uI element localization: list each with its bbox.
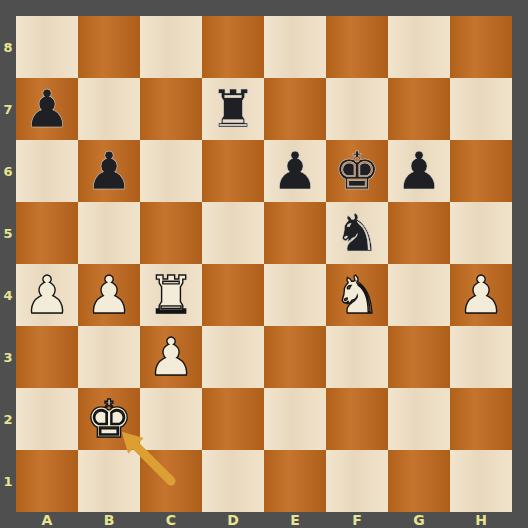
square-d2[interactable] — [202, 388, 264, 450]
square-e1[interactable] — [264, 450, 326, 512]
square-h4[interactable]: ♟ — [450, 264, 512, 326]
square-e4[interactable] — [264, 264, 326, 326]
square-d6[interactable] — [202, 140, 264, 202]
square-g3[interactable] — [388, 326, 450, 388]
piece-black-pawn[interactable]: ♟ — [16, 78, 78, 140]
square-b8[interactable] — [78, 16, 140, 78]
square-e7[interactable] — [264, 78, 326, 140]
square-c3[interactable]: ♟ — [140, 326, 202, 388]
square-f1[interactable] — [326, 450, 388, 512]
square-a6[interactable] — [16, 140, 78, 202]
square-g1[interactable] — [388, 450, 450, 512]
square-d7[interactable]: ♜ — [202, 78, 264, 140]
rank-label-7: 7 — [0, 78, 16, 140]
piece-white-king[interactable]: ♚ — [78, 388, 140, 450]
piece-black-pawn[interactable]: ♟ — [388, 140, 450, 202]
square-g8[interactable] — [388, 16, 450, 78]
square-f8[interactable] — [326, 16, 388, 78]
square-d4[interactable] — [202, 264, 264, 326]
piece-white-pawn[interactable]: ♟ — [16, 264, 78, 326]
file-label-f: F — [326, 511, 388, 528]
file-label-b: B — [78, 511, 140, 528]
piece-black-rook[interactable]: ♜ — [202, 78, 264, 140]
square-b6[interactable]: ♟ — [78, 140, 140, 202]
square-a3[interactable] — [16, 326, 78, 388]
square-a1[interactable] — [16, 450, 78, 512]
square-h8[interactable] — [450, 16, 512, 78]
square-a8[interactable] — [16, 16, 78, 78]
square-c4[interactable]: ♜ — [140, 264, 202, 326]
file-label-d: D — [202, 511, 264, 528]
square-a4[interactable]: ♟ — [16, 264, 78, 326]
square-e6[interactable]: ♟ — [264, 140, 326, 202]
square-c5[interactable] — [140, 202, 202, 264]
square-g4[interactable] — [388, 264, 450, 326]
rank-label-5: 5 — [0, 202, 16, 264]
chess-board: ♟♜♟♟♚♟♞♟♟♜♞♟♟♚ — [16, 16, 512, 512]
square-a2[interactable] — [16, 388, 78, 450]
square-c8[interactable] — [140, 16, 202, 78]
file-labels: ABCDEFGH — [16, 511, 512, 528]
square-h2[interactable] — [450, 388, 512, 450]
square-b7[interactable] — [78, 78, 140, 140]
square-g5[interactable] — [388, 202, 450, 264]
square-e2[interactable] — [264, 388, 326, 450]
file-label-e: E — [264, 511, 326, 528]
square-c7[interactable] — [140, 78, 202, 140]
square-e5[interactable] — [264, 202, 326, 264]
file-label-h: H — [450, 511, 512, 528]
piece-white-pawn[interactable]: ♟ — [140, 326, 202, 388]
square-h5[interactable] — [450, 202, 512, 264]
file-label-c: C — [140, 511, 202, 528]
square-h1[interactable] — [450, 450, 512, 512]
rank-label-4: 4 — [0, 264, 16, 326]
square-b3[interactable] — [78, 326, 140, 388]
square-e8[interactable] — [264, 16, 326, 78]
square-h3[interactable] — [450, 326, 512, 388]
chess-board-frame: 87654321 ABCDEFGH ♟♜♟♟♚♟♞♟♟♜♞♟♟♚ — [0, 0, 528, 528]
square-f7[interactable] — [326, 78, 388, 140]
piece-white-pawn[interactable]: ♟ — [78, 264, 140, 326]
square-f3[interactable] — [326, 326, 388, 388]
square-a7[interactable]: ♟ — [16, 78, 78, 140]
piece-black-king[interactable]: ♚ — [326, 140, 388, 202]
square-b2[interactable]: ♚ — [78, 388, 140, 450]
rank-label-1: 1 — [0, 450, 16, 512]
square-d8[interactable] — [202, 16, 264, 78]
square-f4[interactable]: ♞ — [326, 264, 388, 326]
square-f6[interactable]: ♚ — [326, 140, 388, 202]
square-d1[interactable] — [202, 450, 264, 512]
square-b4[interactable]: ♟ — [78, 264, 140, 326]
square-c6[interactable] — [140, 140, 202, 202]
square-f2[interactable] — [326, 388, 388, 450]
square-g6[interactable]: ♟ — [388, 140, 450, 202]
file-label-a: A — [16, 511, 78, 528]
square-g7[interactable] — [388, 78, 450, 140]
piece-black-pawn[interactable]: ♟ — [264, 140, 326, 202]
square-e3[interactable] — [264, 326, 326, 388]
square-h6[interactable] — [450, 140, 512, 202]
square-c2[interactable] — [140, 388, 202, 450]
rank-label-2: 2 — [0, 388, 16, 450]
square-c1[interactable] — [140, 450, 202, 512]
piece-white-rook[interactable]: ♜ — [140, 264, 202, 326]
piece-black-knight[interactable]: ♞ — [326, 202, 388, 264]
square-f5[interactable]: ♞ — [326, 202, 388, 264]
square-h7[interactable] — [450, 78, 512, 140]
rank-label-8: 8 — [0, 16, 16, 78]
square-d5[interactable] — [202, 202, 264, 264]
file-label-g: G — [388, 511, 450, 528]
square-a5[interactable] — [16, 202, 78, 264]
piece-white-pawn[interactable]: ♟ — [450, 264, 512, 326]
piece-black-pawn[interactable]: ♟ — [78, 140, 140, 202]
square-b5[interactable] — [78, 202, 140, 264]
square-d3[interactable] — [202, 326, 264, 388]
piece-white-knight[interactable]: ♞ — [326, 264, 388, 326]
rank-labels: 87654321 — [0, 16, 16, 512]
rank-label-3: 3 — [0, 326, 16, 388]
square-g2[interactable] — [388, 388, 450, 450]
square-b1[interactable] — [78, 450, 140, 512]
rank-label-6: 6 — [0, 140, 16, 202]
